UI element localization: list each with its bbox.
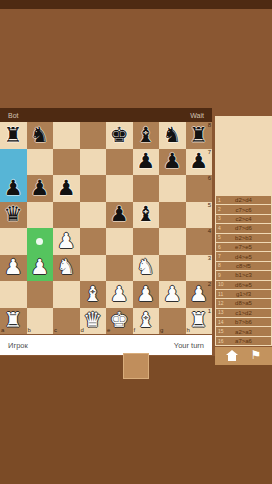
file-label-c: c: [54, 327, 57, 334]
square-f5[interactable]: ♝: [133, 202, 160, 229]
black-bishop[interactable]: ♝: [136, 125, 155, 146]
square-b5[interactable]: [27, 202, 54, 229]
square-b2[interactable]: [27, 281, 54, 308]
file-label-a: a: [1, 327, 4, 334]
move-text: b2>b3: [235, 235, 252, 241]
move-row: 14b7>b6: [216, 318, 271, 326]
white-queen[interactable]: ♛: [83, 310, 102, 331]
square-f7[interactable]: ♟: [133, 149, 160, 176]
opponent-status: Wait: [190, 112, 204, 119]
move-row: 16a7>a6: [216, 337, 271, 345]
square-a7[interactable]: [0, 149, 27, 176]
file-label-b: b: [28, 327, 31, 334]
rank-label-6: 6: [208, 175, 211, 182]
square-d6[interactable]: [80, 175, 107, 202]
square-f4[interactable]: [133, 228, 160, 255]
move-number: 15: [218, 329, 224, 334]
move-text: c8>f5: [236, 263, 251, 269]
square-d2[interactable]: ♝: [80, 281, 107, 308]
move-number: 10: [218, 282, 224, 287]
black-pawn[interactable]: ♟: [163, 151, 182, 172]
black-bishop[interactable]: ♝: [136, 204, 155, 225]
black-rook[interactable]: ♜: [189, 125, 208, 146]
square-h7[interactable]: ♟7: [186, 149, 213, 176]
move-number: 7: [218, 254, 221, 259]
black-knight[interactable]: ♞: [30, 125, 49, 146]
action-bar: ⚑: [215, 347, 272, 365]
white-bishop[interactable]: ♝: [136, 310, 155, 331]
move-text: a2>a3: [235, 329, 252, 335]
move-number: 4: [218, 226, 221, 231]
white-pawn[interactable]: ♟: [110, 284, 129, 305]
rank-label-4: 4: [208, 228, 211, 235]
player-name: Игрок: [8, 341, 28, 350]
move-row: 1d2>d4: [216, 196, 271, 204]
square-c3[interactable]: ♞: [53, 255, 80, 282]
square-e3[interactable]: [106, 255, 133, 282]
player-bar: Игрок Your turn: [0, 335, 212, 355]
move-number: 14: [218, 320, 224, 325]
square-g2[interactable]: ♟: [159, 281, 186, 308]
square-e1[interactable]: ♚e: [106, 308, 133, 335]
square-f6[interactable]: [133, 175, 160, 202]
move-row: 12d8>a5: [216, 299, 271, 307]
square-h4[interactable]: 4: [186, 228, 213, 255]
home-icon[interactable]: [226, 355, 238, 362]
app-root: Bot Wait ♜♞♚♝♞♜8♟♟♟7♟♟♟6♛♟♝5♟4♟♟♞♞3♝♟♟♟♟…: [0, 0, 272, 484]
move-number: 5: [218, 235, 221, 240]
white-knight[interactable]: ♞: [57, 257, 76, 278]
square-h3[interactable]: 3: [186, 255, 213, 282]
square-b7[interactable]: [27, 149, 54, 176]
rank-label-7: 7: [208, 149, 211, 156]
black-pawn[interactable]: ♟: [30, 178, 49, 199]
move-text: d6>e5: [235, 282, 252, 288]
move-text: d4>e5: [235, 254, 252, 260]
square-g8[interactable]: ♞: [159, 122, 186, 149]
square-e7[interactable]: [106, 149, 133, 176]
move-row: 4d7>d6: [216, 224, 271, 232]
move-text: b1>c3: [235, 272, 252, 278]
square-b8[interactable]: ♞: [27, 122, 54, 149]
black-queen[interactable]: ♛: [4, 204, 23, 225]
square-g7[interactable]: ♟: [159, 149, 186, 176]
move-number: 11: [218, 292, 223, 297]
square-h2[interactable]: ♟2: [186, 281, 213, 308]
square-e2[interactable]: ♟: [106, 281, 133, 308]
square-e6[interactable]: [106, 175, 133, 202]
square-g5[interactable]: [159, 202, 186, 229]
square-b4[interactable]: [27, 228, 54, 255]
black-knight[interactable]: ♞: [163, 125, 182, 146]
square-c6[interactable]: ♟: [53, 175, 80, 202]
square-g6[interactable]: [159, 175, 186, 202]
square-h5[interactable]: 5: [186, 202, 213, 229]
black-pawn[interactable]: ♟: [136, 151, 155, 172]
square-a4[interactable]: [0, 228, 27, 255]
square-b3[interactable]: ♟: [27, 255, 54, 282]
move-number: 16: [218, 339, 224, 344]
move-row: 10d6>e5: [216, 281, 271, 289]
file-label-e: e: [107, 327, 110, 334]
file-label-g: g: [160, 327, 163, 334]
move-number: 13: [218, 310, 224, 315]
player-status: Your turn: [174, 341, 204, 350]
square-c4[interactable]: ♟: [53, 228, 80, 255]
white-pawn[interactable]: ♟: [189, 284, 208, 305]
move-text: g1>f3: [236, 291, 251, 297]
move-number: 2: [218, 207, 221, 212]
white-rook[interactable]: ♜: [4, 310, 23, 331]
move-text: a7>a6: [235, 338, 252, 344]
square-a5[interactable]: ♛: [0, 202, 27, 229]
square-d3[interactable]: [80, 255, 107, 282]
square-g3[interactable]: [159, 255, 186, 282]
black-king[interactable]: ♚: [110, 125, 129, 146]
move-text: d7>d6: [235, 225, 252, 231]
white-pawn[interactable]: ♟: [57, 231, 76, 252]
move-row: 5b2>b3: [216, 234, 271, 242]
square-f2[interactable]: ♟: [133, 281, 160, 308]
square-c2[interactable]: [53, 281, 80, 308]
square-e8[interactable]: ♚: [106, 122, 133, 149]
move-row: 7d4>e5: [216, 252, 271, 260]
square-a1[interactable]: ♜a: [0, 308, 27, 335]
black-pawn[interactable]: ♟: [57, 178, 76, 199]
square-c8[interactable]: [53, 122, 80, 149]
square-d4[interactable]: [80, 228, 107, 255]
move-number: 8: [218, 263, 221, 268]
move-number: 12: [218, 301, 224, 306]
square-d1[interactable]: ♛d: [80, 308, 107, 335]
move-number: 6: [218, 245, 221, 250]
move-row: 6e7>e5: [216, 243, 271, 251]
square-g1[interactable]: g: [159, 308, 186, 335]
move-text: d2>d4: [235, 197, 252, 203]
square-e5[interactable]: ♟: [106, 202, 133, 229]
flag-icon[interactable]: ⚑: [251, 349, 262, 361]
rank-label-3: 3: [208, 255, 211, 262]
square-h8[interactable]: ♜8: [186, 122, 213, 149]
square-g4[interactable]: [159, 228, 186, 255]
square-d5[interactable]: [80, 202, 107, 229]
rank-label-1: 1: [208, 308, 211, 315]
square-a8[interactable]: ♜: [0, 122, 27, 149]
square-a2[interactable]: [0, 281, 27, 308]
square-h1[interactable]: ♜1h: [186, 308, 213, 335]
move-text: c7>c6: [235, 207, 251, 213]
white-pawn[interactable]: ♟: [163, 284, 182, 305]
rank-label-2: 2: [208, 281, 211, 288]
move-text: b7>b6: [235, 319, 252, 325]
file-label-f: f: [134, 327, 136, 334]
move-row: 8c8>f5: [216, 262, 271, 270]
black-pawn[interactable]: ♟: [189, 151, 208, 172]
move-text: e7>e5: [235, 244, 252, 250]
move-text: d8>a5: [235, 300, 252, 306]
move-row: 13c1>d2: [216, 309, 271, 317]
square-d7[interactable]: [80, 149, 107, 176]
square-a6[interactable]: ♟: [0, 175, 27, 202]
black-pawn[interactable]: ♟: [110, 204, 129, 225]
square-f3[interactable]: ♞: [133, 255, 160, 282]
white-knight[interactable]: ♞: [136, 257, 155, 278]
chess-board[interactable]: ♜♞♚♝♞♜8♟♟♟7♟♟♟6♛♟♝5♟4♟♟♞♞3♝♟♟♟♟2♜abc♛d♚e…: [0, 122, 212, 334]
black-rook[interactable]: ♜: [4, 125, 23, 146]
square-c5[interactable]: [53, 202, 80, 229]
move-row: 11g1>f3: [216, 290, 271, 298]
white-king[interactable]: ♚: [110, 310, 129, 331]
top-strip: [0, 0, 272, 9]
square-d8[interactable]: [80, 122, 107, 149]
square-c7[interactable]: [53, 149, 80, 176]
file-label-h: h: [187, 327, 190, 334]
square-a3[interactable]: ♟: [0, 255, 27, 282]
move-row: 2c7>c6: [216, 205, 271, 213]
square-e4[interactable]: [106, 228, 133, 255]
square-f8[interactable]: ♝: [133, 122, 160, 149]
rank-label-5: 5: [208, 202, 211, 209]
move-row: 3c2>c4: [216, 215, 271, 223]
black-pawn[interactable]: ♟: [4, 178, 23, 199]
white-pawn[interactable]: ♟: [4, 257, 23, 278]
move-text: c2>c4: [235, 216, 251, 222]
square-c1[interactable]: c: [53, 308, 80, 335]
white-bishop[interactable]: ♝: [83, 284, 102, 305]
legal-move-dot[interactable]: [36, 238, 43, 245]
opponent-bar: Bot Wait: [0, 108, 212, 122]
move-number: 9: [218, 273, 221, 278]
white-pawn[interactable]: ♟: [136, 284, 155, 305]
move-row: 9b1>c3: [216, 271, 271, 279]
white-pawn[interactable]: ♟: [30, 257, 49, 278]
move-text: c1>d2: [235, 310, 252, 316]
move-number: 1: [218, 198, 221, 203]
file-label-d: d: [81, 327, 84, 334]
square-b6[interactable]: ♟: [27, 175, 54, 202]
square-f1[interactable]: ♝f: [133, 308, 160, 335]
white-rook[interactable]: ♜: [189, 310, 208, 331]
spare-square: [123, 353, 149, 379]
opponent-name: Bot: [8, 112, 19, 119]
move-row: 15a2>a3: [216, 327, 271, 335]
rank-label-8: 8: [208, 122, 211, 129]
square-h6[interactable]: 6: [186, 175, 213, 202]
move-list-panel: 1d2>d42c7>c63c2>c44d7>d65b2>b36e7>e57d4>…: [215, 116, 272, 346]
move-number: 3: [218, 216, 221, 221]
square-b1[interactable]: b: [27, 308, 54, 335]
